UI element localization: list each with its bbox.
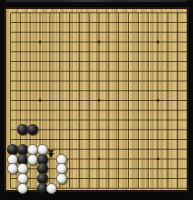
hoshi-point bbox=[157, 99, 160, 102]
go-app-window bbox=[0, 0, 193, 200]
window-top-edge bbox=[6, 0, 187, 2]
hoshi-point bbox=[98, 41, 101, 44]
hoshi-point bbox=[157, 158, 160, 161]
hoshi-point bbox=[98, 99, 101, 102]
go-board[interactable] bbox=[4, 7, 189, 192]
black-stone bbox=[27, 124, 38, 135]
pointer-marker bbox=[48, 153, 54, 158]
white-stone bbox=[17, 183, 28, 194]
hoshi-point bbox=[157, 41, 160, 44]
hoshi-point bbox=[39, 99, 42, 102]
white-stone bbox=[46, 183, 57, 194]
hoshi-point bbox=[39, 41, 42, 44]
hoshi-point bbox=[98, 158, 101, 161]
